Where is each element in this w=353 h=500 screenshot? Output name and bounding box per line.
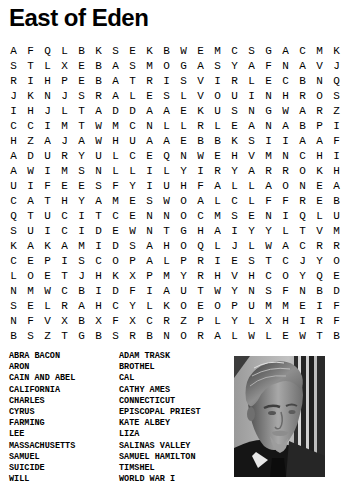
grid-cell-r15c1: C — [5, 254, 22, 269]
grid-cell-r13c19: V — [311, 224, 328, 239]
grid-cell-r7c7: H — [107, 134, 124, 149]
grid-cell-r8c19: H — [311, 149, 328, 164]
grid-cell-r5c12: K — [192, 104, 209, 119]
grid-cell-r16c17: O — [277, 269, 294, 284]
grid-cell-r2c15: A — [243, 59, 260, 74]
grid-cell-r4c11: L — [175, 89, 192, 104]
grid-cell-r17c19: B — [311, 284, 328, 299]
grid-cell-r15c3: P — [39, 254, 56, 269]
grid-cell-r5c19: R — [311, 104, 328, 119]
grid-cell-r8c11: N — [175, 149, 192, 164]
grid-cell-r13c7: E — [107, 224, 124, 239]
grid-cell-r9c3: I — [39, 164, 56, 179]
grid-cell-r15c14: E — [226, 254, 243, 269]
grid-cell-r20c3: Z — [39, 329, 56, 344]
grid-cell-r13c2: U — [22, 224, 39, 239]
grid-cell-r20c16: L — [260, 329, 277, 344]
grid-cell-r17c6: I — [90, 284, 107, 299]
grid-cell-r2c14: Y — [226, 59, 243, 74]
grid-cell-r6c4: M — [56, 119, 73, 134]
grid-cell-r14c14: J — [226, 239, 243, 254]
grid-cell-r12c8: E — [124, 209, 141, 224]
grid-cell-r17c17: F — [277, 284, 294, 299]
grid-cell-r1c15: S — [243, 44, 260, 59]
grid-cell-r5c16: G — [260, 104, 277, 119]
grid-cell-r15c5: S — [73, 254, 90, 269]
grid-cell-r19c5: B — [73, 314, 90, 329]
grid-cell-r5c3: J — [39, 104, 56, 119]
grid-cell-r8c13: E — [209, 149, 226, 164]
grid-cell-r14c11: O — [175, 239, 192, 254]
grid-cell-r6c12: R — [192, 119, 209, 134]
grid-cell-r4c6: R — [90, 89, 107, 104]
grid-cell-r1c17: A — [277, 44, 294, 59]
grid-cell-r8c8: C — [124, 149, 141, 164]
grid-cell-r17c20: D — [328, 284, 345, 299]
grid-cell-r7c13: B — [209, 134, 226, 149]
grid-cell-r18c15: U — [243, 299, 260, 314]
grid-cell-r4c12: V — [192, 89, 209, 104]
grid-cell-r19c11: Z — [175, 314, 192, 329]
grid-cell-r13c13: A — [209, 224, 226, 239]
grid-cell-r13c8: W — [124, 224, 141, 239]
grid-cell-r3c16: E — [260, 74, 277, 89]
grid-cell-r20c18: W — [294, 329, 311, 344]
grid-cell-r16c4: T — [56, 269, 73, 284]
grid-cell-r6c7: M — [107, 119, 124, 134]
grid-cell-r13c16: Y — [260, 224, 277, 239]
grid-cell-r17c18: N — [294, 284, 311, 299]
grid-cell-r16c3: E — [39, 269, 56, 284]
grid-cell-r12c3: U — [39, 209, 56, 224]
grid-cell-r15c17: C — [277, 254, 294, 269]
author-portrait-illustration — [234, 356, 325, 477]
grid-cell-r6c10: L — [158, 119, 175, 134]
grid-cell-r13c11: G — [175, 224, 192, 239]
grid-cell-r17c4: C — [56, 284, 73, 299]
grid-cell-r17c12: T — [192, 284, 209, 299]
grid-cell-r18c12: E — [192, 299, 209, 314]
grid-cell-r10c9: I — [141, 179, 158, 194]
grid-cell-r12c17: I — [277, 209, 294, 224]
grid-cell-r8c1: A — [5, 149, 22, 164]
grid-cell-r10c14: L — [226, 179, 243, 194]
word-list-item: LIZA — [119, 429, 201, 440]
grid-cell-r14c18: C — [294, 239, 311, 254]
grid-cell-r15c11: P — [175, 254, 192, 269]
grid-cell-r18c4: R — [56, 299, 73, 314]
grid-cell-r1c11: W — [175, 44, 192, 59]
grid-cell-r5c14: S — [226, 104, 243, 119]
grid-cell-r8c14: H — [226, 149, 243, 164]
grid-cell-r12c9: N — [141, 209, 158, 224]
grid-cell-r20c13: A — [209, 329, 226, 344]
grid-cell-r14c16: W — [260, 239, 277, 254]
grid-cell-r1c18: C — [294, 44, 311, 59]
grid-cell-r4c3: N — [39, 89, 56, 104]
grid-cell-r16c20: E — [328, 269, 345, 284]
grid-cell-r20c11: O — [175, 329, 192, 344]
grid-cell-r15c18: J — [294, 254, 311, 269]
grid-cell-r12c1: Q — [5, 209, 22, 224]
grid-cell-r8c17: N — [277, 149, 294, 164]
grid-cell-r15c15: S — [243, 254, 260, 269]
grid-cell-r3c15: L — [243, 74, 260, 89]
grid-cell-r8c16: M — [260, 149, 277, 164]
grid-cell-r12c16: N — [260, 209, 277, 224]
grid-cell-r16c6: H — [90, 269, 107, 284]
word-list-item: WILL — [9, 474, 75, 485]
grid-cell-r17c11: U — [175, 284, 192, 299]
grid-cell-r11c8: E — [124, 194, 141, 209]
grid-cell-r7c8: U — [124, 134, 141, 149]
grid-cell-r9c6: N — [90, 164, 107, 179]
grid-cell-r9c15: A — [243, 164, 260, 179]
grid-cell-r20c8: R — [124, 329, 141, 344]
grid-cell-r19c20: F — [328, 314, 345, 329]
grid-cell-r20c19: T — [311, 329, 328, 344]
grid-cell-r1c6: K — [90, 44, 107, 59]
grid-cell-r7c17: I — [277, 134, 294, 149]
grid-cell-r7c10: A — [158, 134, 175, 149]
grid-cell-r9c7: L — [107, 164, 124, 179]
grid-cell-r10c5: E — [73, 179, 90, 194]
grid-cell-r18c2: E — [22, 299, 39, 314]
puzzle-title: East of Eden — [9, 4, 148, 32]
grid-cell-r2c9: M — [141, 59, 158, 74]
grid-cell-r13c14: I — [226, 224, 243, 239]
grid-cell-r9c9: I — [141, 164, 158, 179]
grid-cell-r16c16: C — [260, 269, 277, 284]
grid-cell-r7c1: H — [5, 134, 22, 149]
grid-cell-r16c11: Y — [175, 269, 192, 284]
grid-cell-r17c15: N — [243, 284, 260, 299]
grid-cell-r1c7: S — [107, 44, 124, 59]
grid-cell-r16c7: K — [107, 269, 124, 284]
grid-cell-r9c18: O — [294, 164, 311, 179]
grid-cell-r9c10: L — [158, 164, 175, 179]
word-list-item: CHARLES — [9, 396, 75, 407]
grid-cell-r18c8: Y — [124, 299, 141, 314]
grid-cell-r18c3: L — [39, 299, 56, 314]
grid-cell-r13c6: D — [90, 224, 107, 239]
grid-cell-r4c20: S — [328, 89, 345, 104]
grid-cell-r18c1: S — [5, 299, 22, 314]
grid-cell-r10c3: F — [39, 179, 56, 194]
grid-cell-r6c18: B — [294, 119, 311, 134]
grid-cell-r9c17: R — [277, 164, 294, 179]
grid-cell-r6c13: L — [209, 119, 226, 134]
word-list-item: SAMUEL HAMILTON — [119, 452, 201, 463]
grid-cell-r13c17: L — [277, 224, 294, 239]
grid-cell-r10c19: E — [311, 179, 328, 194]
grid-cell-r2c20: J — [328, 59, 345, 74]
grid-cell-r5c2: H — [22, 104, 39, 119]
grid-cell-r3c14: R — [226, 74, 243, 89]
word-list-item: ARON — [9, 362, 75, 373]
grid-cell-r9c8: L — [124, 164, 141, 179]
grid-cell-r12c12: C — [192, 209, 209, 224]
grid-cell-r7c3: A — [39, 134, 56, 149]
grid-cell-r1c14: C — [226, 44, 243, 59]
grid-cell-r14c7: D — [107, 239, 124, 254]
word-list-item: SUICIDE — [9, 463, 75, 474]
grid-cell-r9c13: R — [209, 164, 226, 179]
grid-cell-r7c11: E — [175, 134, 192, 149]
grid-cell-r7c15: S — [243, 134, 260, 149]
grid-cell-r14c9: A — [141, 239, 158, 254]
grid-cell-r11c7: M — [107, 194, 124, 209]
grid-cell-r3c8: T — [124, 74, 141, 89]
author-portrait-photo — [234, 356, 325, 477]
grid-cell-r15c9: A — [141, 254, 158, 269]
grid-cell-r15c16: T — [260, 254, 277, 269]
grid-cell-r5c20: Z — [328, 104, 345, 119]
grid-cell-r2c6: B — [90, 59, 107, 74]
grid-cell-r16c13: H — [209, 269, 226, 284]
grid-cell-r7c4: J — [56, 134, 73, 149]
grid-cell-r14c20: R — [328, 239, 345, 254]
grid-cell-r12c13: M — [209, 209, 226, 224]
grid-cell-r3c4: P — [56, 74, 73, 89]
grid-cell-r20c1: B — [5, 329, 22, 344]
grid-cell-r1c1: A — [5, 44, 22, 59]
grid-cell-r12c14: S — [226, 209, 243, 224]
grid-cell-r2c3: L — [39, 59, 56, 74]
grid-cell-r19c7: F — [107, 314, 124, 329]
grid-cell-r3c17: C — [277, 74, 294, 89]
grid-cell-r16c2: O — [22, 269, 39, 284]
grid-cell-r1c12: E — [192, 44, 209, 59]
grid-cell-r18c5: A — [73, 299, 90, 314]
grid-cell-r20c15: W — [243, 329, 260, 344]
grid-cell-r5c6: A — [90, 104, 107, 119]
grid-cell-r19c12: P — [192, 314, 209, 329]
grid-cell-r11c13: L — [209, 194, 226, 209]
grid-cell-r3c13: I — [209, 74, 226, 89]
grid-cell-r16c1: L — [5, 269, 22, 284]
grid-cell-r8c7: L — [107, 149, 124, 164]
grid-cell-r15c20: O — [328, 254, 345, 269]
grid-cell-r6c11: L — [175, 119, 192, 134]
grid-cell-r6c15: A — [243, 119, 260, 134]
grid-cell-r11c19: E — [311, 194, 328, 209]
grid-cell-r2c16: F — [260, 59, 277, 74]
grid-cell-r15c4: I — [56, 254, 73, 269]
grid-cell-r8c3: U — [39, 149, 56, 164]
grid-cell-r20c17: E — [277, 329, 294, 344]
grid-cell-r17c16: S — [260, 284, 277, 299]
grid-cell-r11c6: A — [90, 194, 107, 209]
grid-cell-r14c10: H — [158, 239, 175, 254]
grid-cell-r18c16: M — [260, 299, 277, 314]
grid-cell-r6c17: A — [277, 119, 294, 134]
grid-cell-r5c18: A — [294, 104, 311, 119]
grid-cell-r2c7: A — [107, 59, 124, 74]
grid-cell-r19c16: X — [260, 314, 277, 329]
grid-cell-r13c4: C — [56, 224, 73, 239]
grid-cell-r1c8: E — [124, 44, 141, 59]
grid-cell-r5c4: L — [56, 104, 73, 119]
grid-cell-r2c8: S — [124, 59, 141, 74]
grid-cell-r19c2: F — [22, 314, 39, 329]
grid-cell-r2c13: S — [209, 59, 226, 74]
grid-cell-r12c15: E — [243, 209, 260, 224]
grid-cell-r18c19: I — [311, 299, 328, 314]
grid-cell-r5c11: E — [175, 104, 192, 119]
word-list-item: MASSACHUSETTS — [9, 441, 75, 452]
grid-cell-r4c5: S — [73, 89, 90, 104]
grid-cell-r15c13: I — [209, 254, 226, 269]
grid-cell-r17c7: D — [107, 284, 124, 299]
grid-cell-r1c3: Q — [39, 44, 56, 59]
grid-cell-r7c2: Z — [22, 134, 39, 149]
grid-cell-r3c20: Q — [328, 74, 345, 89]
grid-cell-r7c20: F — [328, 134, 345, 149]
grid-cell-r6c19: P — [311, 119, 328, 134]
grid-cell-r9c19: K — [311, 164, 328, 179]
grid-cell-r19c15: L — [243, 314, 260, 329]
grid-cell-r12c5: I — [73, 209, 90, 224]
grid-cell-r13c5: I — [73, 224, 90, 239]
word-list-item: SAMUEL — [9, 452, 75, 463]
grid-cell-r18c10: K — [158, 299, 175, 314]
grid-cell-r18c17: M — [277, 299, 294, 314]
grid-cell-r19c3: V — [39, 314, 56, 329]
grid-cell-r10c20: A — [328, 179, 345, 194]
grid-cell-r2c5: E — [73, 59, 90, 74]
grid-cell-r11c15: L — [243, 194, 260, 209]
grid-cell-r4c17: H — [277, 89, 294, 104]
grid-cell-r3c1: R — [5, 74, 22, 89]
grid-cell-r6c20: I — [328, 119, 345, 134]
grid-cell-r10c7: F — [107, 179, 124, 194]
grid-cell-r10c17: O — [277, 179, 294, 194]
grid-cell-r7c6: W — [90, 134, 107, 149]
grid-cell-r1c13: M — [209, 44, 226, 59]
grid-cell-r16c18: Y — [294, 269, 311, 284]
grid-cell-r12c4: C — [56, 209, 73, 224]
grid-cell-r18c13: O — [209, 299, 226, 314]
grid-cell-r2c19: V — [311, 59, 328, 74]
grid-cell-r10c4: E — [56, 179, 73, 194]
grid-cell-r10c10: U — [158, 179, 175, 194]
grid-cell-r15c7: O — [107, 254, 124, 269]
grid-cell-r3c10: I — [158, 74, 175, 89]
grid-cell-r15c2: E — [22, 254, 39, 269]
grid-cell-r3c5: E — [73, 74, 90, 89]
grid-cell-r3c19: N — [311, 74, 328, 89]
grid-cell-r4c10: S — [158, 89, 175, 104]
grid-cell-r2c2: T — [22, 59, 39, 74]
grid-cell-r17c13: W — [209, 284, 226, 299]
grid-cell-r20c12: R — [192, 329, 209, 344]
grid-cell-r20c10: N — [158, 329, 175, 344]
grid-cell-r5c5: T — [73, 104, 90, 119]
grid-cell-r6c2: C — [22, 119, 39, 134]
grid-cell-r3c7: A — [107, 74, 124, 89]
grid-cell-r19c13: L — [209, 314, 226, 329]
grid-cell-r1c5: B — [73, 44, 90, 59]
grid-cell-r11c18: R — [294, 194, 311, 209]
grid-cell-r6c14: E — [226, 119, 243, 134]
grid-cell-r9c5: S — [73, 164, 90, 179]
grid-cell-r8c2: D — [22, 149, 39, 164]
grid-cell-r14c1: K — [5, 239, 22, 254]
grid-cell-r5c9: A — [141, 104, 158, 119]
grid-cell-r17c1: N — [5, 284, 22, 299]
grid-cell-r7c5: A — [73, 134, 90, 149]
grid-cell-r13c20: M — [328, 224, 345, 239]
word-list-item: BROTHEL — [119, 362, 201, 373]
grid-cell-r16c5: J — [73, 269, 90, 284]
grid-cell-r17c2: M — [22, 284, 39, 299]
grid-cell-r6c3: I — [39, 119, 56, 134]
grid-cell-r8c9: E — [141, 149, 158, 164]
grid-cell-r19c10: R — [158, 314, 175, 329]
grid-cell-r13c3: I — [39, 224, 56, 239]
grid-cell-r9c12: I — [192, 164, 209, 179]
word-list-item: WORLD WAR I — [119, 474, 201, 485]
grid-cell-r8c18: C — [294, 149, 311, 164]
grid-cell-r3c9: R — [141, 74, 158, 89]
grid-cell-r4c19: O — [311, 89, 328, 104]
grid-cell-r19c8: X — [124, 314, 141, 329]
grid-cell-r3c6: B — [90, 74, 107, 89]
grid-cell-r16c12: R — [192, 269, 209, 284]
word-list-item: CYRUS — [9, 407, 75, 418]
grid-cell-r19c1: N — [5, 314, 22, 329]
grid-cell-r8c20: I — [328, 149, 345, 164]
grid-cell-r17c3: W — [39, 284, 56, 299]
grid-cell-r16c9: P — [141, 269, 158, 284]
grid-cell-r12c7: C — [107, 209, 124, 224]
grid-cell-r11c5: Y — [73, 194, 90, 209]
grid-cell-r11c16: F — [260, 194, 277, 209]
grid-cell-r14c17: A — [277, 239, 294, 254]
grid-cell-r12c6: T — [90, 209, 107, 224]
grid-cell-r1c19: M — [311, 44, 328, 59]
grid-cell-r8c12: W — [192, 149, 209, 164]
grid-cell-r7c9: A — [141, 134, 158, 149]
word-list-column-1: ABRA BACONARONCAIN AND ABELCALIFORNIACHA… — [9, 351, 75, 485]
grid-cell-r4c7: A — [107, 89, 124, 104]
grid-cell-r19c17: H — [277, 314, 294, 329]
grid-cell-r9c14: Y — [226, 164, 243, 179]
grid-cell-r9c2: W — [22, 164, 39, 179]
grid-cell-r20c7: S — [107, 329, 124, 344]
grid-cell-r7c18: A — [294, 134, 311, 149]
grid-cell-r20c14: L — [226, 329, 243, 344]
grid-cell-r11c2: A — [22, 194, 39, 209]
grid-cell-r4c14: U — [226, 89, 243, 104]
grid-cell-r20c9: B — [141, 329, 158, 344]
grid-cell-r15c10: L — [158, 254, 175, 269]
grid-cell-r20c6: B — [90, 329, 107, 344]
grid-cell-r5c7: D — [107, 104, 124, 119]
grid-cell-r1c20: K — [328, 44, 345, 59]
grid-cell-r7c16: I — [260, 134, 277, 149]
grid-cell-r19c6: X — [90, 314, 107, 329]
grid-cell-r19c4: X — [56, 314, 73, 329]
grid-cell-r12c10: N — [158, 209, 175, 224]
grid-cell-r19c9: C — [141, 314, 158, 329]
grid-cell-r11c3: T — [39, 194, 56, 209]
grid-cell-r10c6: S — [90, 179, 107, 194]
grid-cell-r20c2: S — [22, 329, 39, 344]
grid-cell-r14c15: L — [243, 239, 260, 254]
grid-cell-r14c5: M — [73, 239, 90, 254]
